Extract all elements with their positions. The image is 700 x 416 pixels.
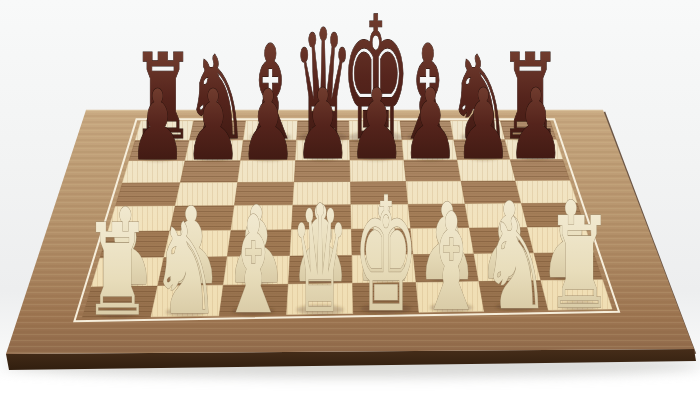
piece-dark-pawn-b7: ♟ [185, 69, 242, 181]
piece-white-queen-d1: ♛ [291, 174, 349, 346]
piece-white-knight-g1: ♞ [481, 191, 551, 338]
piece-dark-pawn-d7: ♟ [294, 69, 351, 181]
piece-white-rook-h1: ♜ [546, 190, 614, 337]
piece-dark-pawn-c7: ♟ [240, 69, 297, 181]
piece-dark-pawn-h7: ♟ [507, 68, 564, 180]
chess-board: ♜♞♝♛♚♝♞♜♟♟♟♟♟♟♟♟♟♟♟♟♟♟♟♟♜♞♝♛♚♝♞♜ [0, 0, 700, 416]
piece-white-bishop-f1: ♝ [418, 185, 484, 341]
piece-dark-pawn-g7: ♟ [455, 68, 512, 180]
chess-pieces: ♜♞♝♛♚♝♞♜♟♟♟♟♟♟♟♟♟♟♟♟♟♟♟♟♜♞♝♛♚♝♞♜ [84, 0, 614, 347]
piece-white-knight-b1: ♞ [151, 197, 221, 344]
piece-white-bishop-c1: ♝ [220, 188, 286, 344]
piece-dark-pawn-a7: ♟ [129, 69, 186, 181]
product-photo: ♜♞♝♛♚♝♞♜♟♟♟♟♟♟♟♟♟♟♟♟♟♟♟♟♜♞♝♛♚♝♞♜ [0, 0, 700, 416]
piece-white-king-e1: ♚ [353, 163, 418, 347]
piece-white-rook-a1: ♜ [84, 198, 152, 345]
